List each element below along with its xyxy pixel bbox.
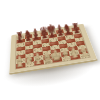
piece-white-rook: ♜ [15,58,25,68]
square-a1[interactable]: ♜ [16,63,25,69]
chess-set-photo: ♜♞♝♛♚♝♞♜♟♟♟♟♟♟♟♟♟♟♟♟♟♟♟♟♜♞♝♛♚♝♞♜ [0,0,100,100]
square-c5[interactable] [33,44,42,49]
square-b1[interactable]: ♞ [25,61,34,67]
square-a3[interactable] [16,54,25,60]
square-h1[interactable]: ♜ [79,53,90,59]
square-f1[interactable]: ♝ [61,56,71,62]
square-d5[interactable] [41,42,50,47]
